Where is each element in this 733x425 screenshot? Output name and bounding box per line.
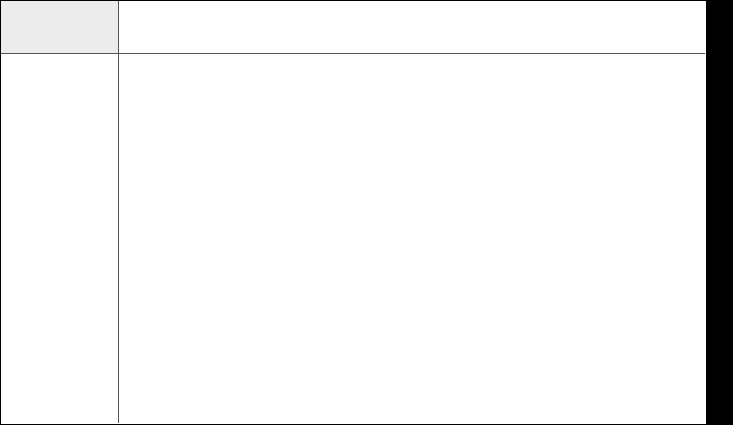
row-clues <box>1 54 119 423</box>
nonogram-app <box>0 0 733 425</box>
site-watermark-bar <box>706 1 732 425</box>
column-clues <box>119 1 705 54</box>
puzzle-grid <box>119 54 705 423</box>
corner-watermark <box>1 1 119 54</box>
puzzle-board <box>1 1 705 423</box>
